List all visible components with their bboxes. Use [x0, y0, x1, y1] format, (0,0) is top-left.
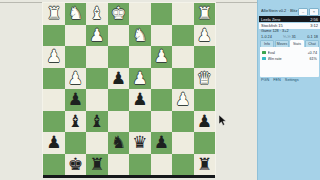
square-e1[interactable]: ♚	[108, 3, 130, 25]
black-pawn: ♟	[46, 132, 61, 154]
black-knight: ♞	[111, 132, 126, 154]
square-a1[interactable]: ♜	[194, 3, 216, 25]
legend-value: +0.74	[307, 51, 317, 55]
black-king: ♚	[68, 154, 83, 176]
white-pawn: ♟	[154, 46, 169, 68]
broadcast-sidebar: AllieStein v0.2 · Blitz Bots – × Leela Z…	[257, 0, 320, 180]
white-queen: ♛	[197, 68, 212, 90]
footer-link-fen[interactable]: FEN	[273, 78, 281, 82]
square-g4[interactable]: ♟	[65, 68, 87, 90]
stat-item-0: 1-0 24	[261, 35, 272, 39]
white-pawn: ♟	[175, 89, 190, 111]
square-h3[interactable]: ♟	[43, 46, 65, 68]
square-h8[interactable]	[43, 154, 65, 176]
square-g2[interactable]	[65, 25, 87, 47]
legend-color-chip	[262, 51, 266, 55]
square-e4[interactable]: ♟	[108, 68, 130, 90]
black-pawn: ♟	[197, 111, 212, 133]
square-d2[interactable]: ♞	[129, 25, 151, 47]
stat-item-2: 0-1 18	[307, 35, 318, 39]
close-button[interactable]: ×	[309, 8, 319, 16]
stat-item-1: ½-½ 31	[283, 35, 296, 39]
square-a6[interactable]: ♟	[194, 111, 216, 133]
mouse-cursor-icon	[219, 112, 227, 130]
legend-list: Eval+0.74Win rate61%	[262, 50, 317, 62]
app-window: ♜♞♝♚♜♟♞♟♟♟♟♟♟♛♟♟♟♝♝♟♟♞♛♟♚♜♜ AllieStein v…	[0, 0, 320, 180]
square-d4[interactable]: ♟	[129, 68, 151, 90]
square-d6[interactable]	[129, 111, 151, 133]
square-b3[interactable]	[172, 46, 194, 68]
square-h2[interactable]	[43, 25, 65, 47]
black-player-name: Leela Zero	[261, 17, 280, 22]
square-b4[interactable]	[172, 68, 194, 90]
square-a3[interactable]	[194, 46, 216, 68]
legend-row-1: Win rate61%	[262, 56, 317, 62]
square-e3[interactable]	[108, 46, 130, 68]
square-g6[interactable]: ♝	[65, 111, 87, 133]
square-b1[interactable]	[172, 3, 194, 25]
square-b8[interactable]	[172, 154, 194, 176]
square-c3[interactable]: ♟	[151, 46, 173, 68]
square-f1[interactable]: ♝	[86, 3, 108, 25]
black-queen: ♛	[132, 132, 147, 154]
square-e6[interactable]	[108, 111, 130, 133]
square-c1[interactable]	[151, 3, 173, 25]
black-bishop: ♝	[68, 111, 83, 133]
square-a5[interactable]	[194, 89, 216, 111]
legend-label: Eval	[268, 51, 308, 55]
white-pawn: ♟	[68, 68, 83, 90]
square-b6[interactable]	[172, 111, 194, 133]
game-info-text: Game 128 · 3+2	[261, 29, 289, 33]
footer-links: PGNFENSettings	[261, 78, 299, 82]
white-player-bar: Stockfish 15 3:12	[259, 23, 320, 29]
square-c8[interactable]	[151, 154, 173, 176]
board-bottom-shadow	[43, 175, 215, 178]
square-f7[interactable]	[86, 132, 108, 154]
square-f3[interactable]	[86, 46, 108, 68]
square-h6[interactable]	[43, 111, 65, 133]
square-h5[interactable]	[43, 89, 65, 111]
square-d5[interactable]: ♟	[129, 89, 151, 111]
square-d3[interactable]	[129, 46, 151, 68]
black-pawn: ♟	[68, 89, 83, 111]
square-g1[interactable]: ♞	[65, 3, 87, 25]
white-knight: ♞	[68, 3, 83, 25]
square-c6[interactable]	[151, 111, 173, 133]
legend-color-chip	[262, 57, 266, 61]
square-c7[interactable]: ♟	[151, 132, 173, 154]
stats-panel: Eval+0.74Win rate61%	[260, 47, 319, 77]
black-player-clock: 2:56	[310, 17, 318, 22]
black-pawn: ♟	[111, 68, 126, 90]
black-pawn: ♟	[132, 89, 147, 111]
white-player-name: Stockfish 15	[261, 23, 283, 28]
square-g3[interactable]	[65, 46, 87, 68]
white-pawn: ♟	[89, 25, 104, 47]
square-f4[interactable]	[86, 68, 108, 90]
sidebar-header-buttons: – ×	[298, 8, 319, 16]
square-g8[interactable]: ♚	[65, 154, 87, 176]
black-pawn: ♟	[154, 132, 169, 154]
white-bishop: ♝	[89, 3, 104, 25]
square-b2[interactable]	[172, 25, 194, 47]
square-f5[interactable]	[86, 89, 108, 111]
square-c4[interactable]	[151, 68, 173, 90]
square-a2[interactable]: ♟	[194, 25, 216, 47]
square-d1[interactable]	[129, 3, 151, 25]
square-f2[interactable]: ♟	[86, 25, 108, 47]
square-b7[interactable]	[172, 132, 194, 154]
square-f8[interactable]: ♜	[86, 154, 108, 176]
minimize-button[interactable]: –	[298, 8, 308, 16]
white-rook: ♜	[46, 3, 61, 25]
square-d7[interactable]: ♛	[129, 132, 151, 154]
square-c5[interactable]	[151, 89, 173, 111]
footer-link-pgn[interactable]: PGN	[261, 78, 269, 82]
square-h1[interactable]: ♜	[43, 3, 65, 25]
square-e2[interactable]	[108, 25, 130, 47]
legend-value: 61%	[309, 57, 317, 61]
white-pawn: ♟	[46, 46, 61, 68]
square-e7[interactable]: ♞	[108, 132, 130, 154]
white-knight: ♞	[132, 25, 147, 47]
square-h4[interactable]	[43, 68, 65, 90]
black-rook: ♜	[197, 154, 212, 176]
chess-board: ♜♞♝♚♜♟♞♟♟♟♟♟♟♛♟♟♟♝♝♟♟♞♛♟♚♜♜	[43, 3, 215, 175]
square-b5[interactable]: ♟	[172, 89, 194, 111]
white-pawn: ♟	[132, 68, 147, 90]
white-player-clock: 3:12	[310, 23, 318, 28]
black-bishop: ♝	[89, 111, 104, 133]
square-g5[interactable]: ♟	[65, 89, 87, 111]
white-king: ♚	[111, 3, 126, 25]
square-e8[interactable]	[108, 154, 130, 176]
square-g7[interactable]	[65, 132, 87, 154]
legend-label: Win rate	[268, 57, 310, 61]
square-e5[interactable]	[108, 89, 130, 111]
square-d8[interactable]	[129, 154, 151, 176]
white-rook: ♜	[197, 3, 212, 25]
square-a7[interactable]	[194, 132, 216, 154]
square-a4[interactable]: ♛	[194, 68, 216, 90]
square-a8[interactable]: ♜	[194, 154, 216, 176]
sidebar-title: AllieStein v0.2 · Blitz Bots	[261, 8, 301, 13]
square-h7[interactable]: ♟	[43, 132, 65, 154]
square-f6[interactable]: ♝	[86, 111, 108, 133]
black-player-bar: Leela Zero 2:56	[259, 16, 320, 22]
result-stats-row: 1-0 24½-½ 310-1 18	[261, 35, 318, 39]
white-pawn: ♟	[197, 25, 212, 47]
footer-link-settings[interactable]: Settings	[285, 78, 299, 82]
square-c2[interactable]	[151, 25, 173, 47]
black-rook: ♜	[89, 154, 104, 176]
